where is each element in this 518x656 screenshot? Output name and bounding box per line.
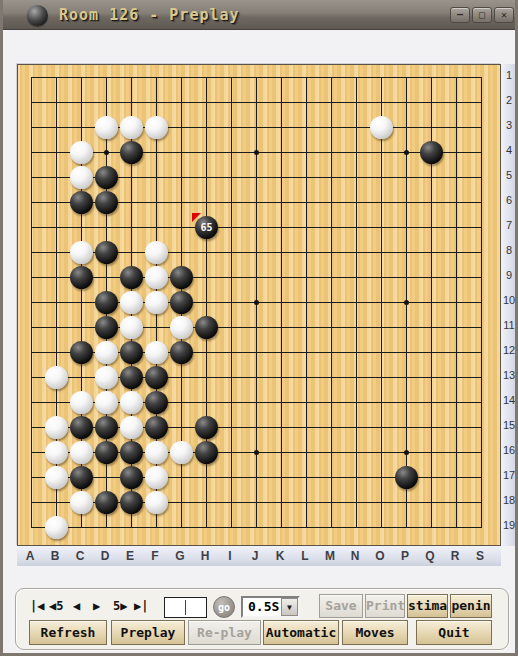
go-button[interactable]: go [213,596,235,618]
white-stone [70,141,93,164]
white-stone [45,416,68,439]
star-point [254,300,259,305]
column-labels: ABCDEFGHIJKLMNOPQRS [17,546,501,566]
black-stone [70,191,93,214]
row-label: 19 [501,519,517,531]
white-stone [145,241,168,264]
black-stone [145,366,168,389]
row-label: 15 [501,419,517,431]
print-button[interactable]: Print [365,594,405,618]
column-label: R [447,549,463,563]
app-icon [27,5,48,26]
white-stone [120,391,143,414]
black-stone [120,341,143,364]
dropdown-arrow-icon[interactable]: ▼ [281,598,298,616]
star-point [404,300,409,305]
white-stone [145,341,168,364]
black-stone [145,416,168,439]
delay-select[interactable]: 0.5S ▼ [241,596,300,618]
column-label: F [147,549,163,563]
quit-button[interactable]: Quit [416,620,492,645]
black-stone [95,241,118,264]
black-stone [95,291,118,314]
grid-line-vertical [281,77,282,528]
nav-start-button[interactable]: |◀ [30,599,44,613]
black-stone [70,341,93,364]
black-stone [95,166,118,189]
replay-button[interactable]: Re-play [188,620,261,645]
row-label: 17 [501,469,517,481]
black-stone [195,416,218,439]
column-label: C [72,549,88,563]
star-point [104,150,109,155]
white-stone [70,391,93,414]
black-stone [95,316,118,339]
window-title: Room 126 - Preplay [59,6,240,24]
column-label: Q [422,549,438,563]
white-stone [145,441,168,464]
column-label: E [122,549,138,563]
column-label: M [322,549,338,563]
row-label: 9 [501,269,517,281]
row-label: 12 [501,344,517,356]
white-stone [120,416,143,439]
save-button[interactable]: Save [319,594,363,618]
estimate-button[interactable]: stimat [407,594,448,618]
black-stone [95,416,118,439]
column-label: O [372,549,388,563]
app-window: Room 126 - Preplay — □ ✕ 65 123456789101… [0,0,518,656]
row-label: 16 [501,444,517,456]
white-stone [170,441,193,464]
black-stone [70,416,93,439]
white-stone [145,466,168,489]
row-label: 6 [501,194,517,206]
nav-forward-button[interactable]: ▶ [93,599,100,613]
black-stone [70,466,93,489]
row-label: 7 [501,219,517,231]
move-number-input[interactable] [164,597,207,618]
last-move-stone: 65 [195,216,218,239]
row-label: 18 [501,494,517,506]
black-stone [170,341,193,364]
row-label: 5 [501,169,517,181]
star-point [404,450,409,455]
maximize-button[interactable]: □ [472,7,492,23]
move-number-label: 65 [195,216,218,239]
column-label: S [472,549,488,563]
row-labels: 12345678910111213141516171819 [501,64,518,546]
black-stone [170,291,193,314]
black-stone [395,466,418,489]
row-label: 1 [501,69,517,81]
black-stone [95,441,118,464]
column-label: B [47,549,63,563]
nav-end-button[interactable]: ▶| [134,599,148,613]
column-label: P [397,549,413,563]
nav-forward5-button[interactable]: 5▶ [113,599,127,613]
black-stone [120,441,143,464]
white-stone [45,516,68,539]
white-stone [45,366,68,389]
grid-line-horizontal [31,527,482,528]
white-stone [70,241,93,264]
star-point [404,150,409,155]
close-button[interactable]: ✕ [494,7,514,23]
toolbar: |◀ ◀5 ◀ ▶ 5▶ ▶| go 0.5S ▼ Save Print sti… [15,588,509,650]
title-bar: Room 126 - Preplay — □ ✕ [3,0,515,30]
white-stone [370,116,393,139]
black-stone [145,391,168,414]
white-stone [145,291,168,314]
column-label: D [97,549,113,563]
minimize-button[interactable]: — [450,7,470,23]
white-stone [45,441,68,464]
white-stone [145,116,168,139]
column-label: N [347,549,363,563]
white-stone [70,441,93,464]
refresh-button[interactable]: Refresh [29,620,107,645]
moves-button[interactable]: Moves [342,620,408,645]
star-point [254,150,259,155]
white-stone [120,291,143,314]
black-stone [195,316,218,339]
black-stone [70,266,93,289]
go-board[interactable]: 65 [17,64,501,546]
white-stone [95,341,118,364]
grid-line-vertical [356,77,357,528]
white-stone [120,116,143,139]
grid-line-vertical [381,77,382,528]
row-label: 11 [501,319,517,331]
nav-back5-button[interactable]: ◀5 [49,599,63,613]
column-label: G [172,549,188,563]
automatic-button[interactable]: Automatic [263,620,339,645]
white-stone [45,466,68,489]
black-stone [95,191,118,214]
black-stone [95,491,118,514]
white-stone [95,391,118,414]
row-label: 10 [501,294,517,306]
black-stone [420,141,443,164]
row-label: 2 [501,94,517,106]
white-stone [95,366,118,389]
column-label: K [272,549,288,563]
opening-button[interactable]: penin [450,594,492,618]
white-stone [70,491,93,514]
black-stone [120,266,143,289]
black-stone [120,466,143,489]
grid-line-vertical [481,77,482,528]
black-stone [195,441,218,464]
row-label: 14 [501,394,517,406]
column-label: J [247,549,263,563]
column-label: L [297,549,313,563]
column-label: I [222,549,238,563]
white-stone [120,316,143,339]
grid-line-vertical [456,77,457,528]
black-stone [120,141,143,164]
black-stone [120,491,143,514]
white-stone [70,166,93,189]
nav-back-button[interactable]: ◀ [73,599,80,613]
grid-line-vertical [306,77,307,528]
row-label: 3 [501,119,517,131]
white-stone [170,316,193,339]
black-stone [170,266,193,289]
column-label: A [22,549,38,563]
row-label: 4 [501,144,517,156]
column-label: H [197,549,213,563]
star-point [254,450,259,455]
black-stone [120,366,143,389]
text-caret [185,600,186,615]
grid-line-vertical [331,77,332,528]
row-label: 13 [501,369,517,381]
white-stone [95,116,118,139]
row-label: 8 [501,244,517,256]
preplay-button[interactable]: Preplay [111,620,185,645]
delay-value: 0.5S [248,599,279,614]
white-stone [145,266,168,289]
white-stone [145,491,168,514]
